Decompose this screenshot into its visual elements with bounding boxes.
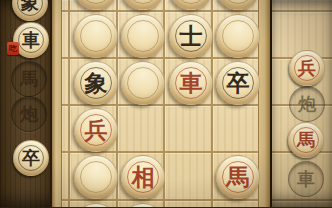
- piece-black-soldier[interactable]: 卒: [216, 61, 260, 105]
- piece-label: 馬: [289, 123, 323, 157]
- capture-seal-badge: 吃: [7, 42, 19, 55]
- piece-red-horse[interactable]: 馬: [216, 155, 260, 199]
- piece-red-chariot[interactable]: 車: [169, 61, 213, 105]
- captured-slot-chariot: 車: [288, 161, 324, 197]
- piece-label: 卒: [14, 141, 48, 175]
- captured-red-horse: 馬: [288, 122, 324, 158]
- slot-label: 炮: [12, 97, 46, 131]
- seal-label: 吃: [9, 45, 17, 53]
- piece-label: 象: [75, 62, 117, 104]
- board-cell[interactable]: [165, 106, 213, 153]
- captured-red-soldier: 兵: [289, 50, 325, 86]
- xiangqi-game-screen: 士 象 車 卒 兵 相 馬 象 車 馬 炮 卒 吃 兵: [0, 0, 332, 207]
- piece-hidden-facedown[interactable]: [74, 14, 118, 58]
- piece-label: 卒: [217, 62, 259, 104]
- captured-slot-cannon: 炮: [289, 86, 325, 122]
- board-frame-left: [50, 0, 62, 207]
- board-cell[interactable]: [118, 106, 166, 153]
- piece-label: 士: [170, 15, 212, 57]
- board-cell[interactable]: [165, 153, 213, 200]
- piece-label: 車: [14, 23, 48, 57]
- piece-black-elephant[interactable]: 象: [74, 61, 118, 105]
- piece-hidden-facedown[interactable]: [121, 14, 165, 58]
- slot-label: 馬: [12, 62, 46, 96]
- slot-label: 車: [289, 162, 323, 196]
- captured-black-soldier: 卒: [13, 140, 49, 176]
- slot-label: 炮: [290, 87, 324, 121]
- captured-black-elephant: 象: [12, 0, 48, 21]
- piece-label: 象: [13, 0, 47, 20]
- piece-label: 車: [170, 62, 212, 104]
- captured-slot-horse: 馬: [11, 61, 47, 97]
- board-cell[interactable]: [165, 201, 213, 208]
- captured-slot-cannon: 炮: [11, 96, 47, 132]
- piece-label: 兵: [75, 109, 117, 151]
- piece-label: 相: [122, 156, 164, 198]
- piece-hidden-facedown[interactable]: [121, 61, 165, 105]
- board-frame-right: [258, 0, 272, 207]
- piece-label: 兵: [290, 51, 324, 85]
- piece-hidden-facedown[interactable]: [216, 14, 260, 58]
- piece-red-soldier[interactable]: 兵: [74, 108, 118, 152]
- piece-hidden-facedown[interactable]: [74, 155, 118, 199]
- piece-label: 馬: [217, 156, 259, 198]
- piece-red-elephant[interactable]: 相: [121, 155, 165, 199]
- board-cell[interactable]: [213, 201, 261, 208]
- piece-black-advisor[interactable]: 士: [169, 14, 213, 58]
- board-cell[interactable]: [213, 106, 261, 153]
